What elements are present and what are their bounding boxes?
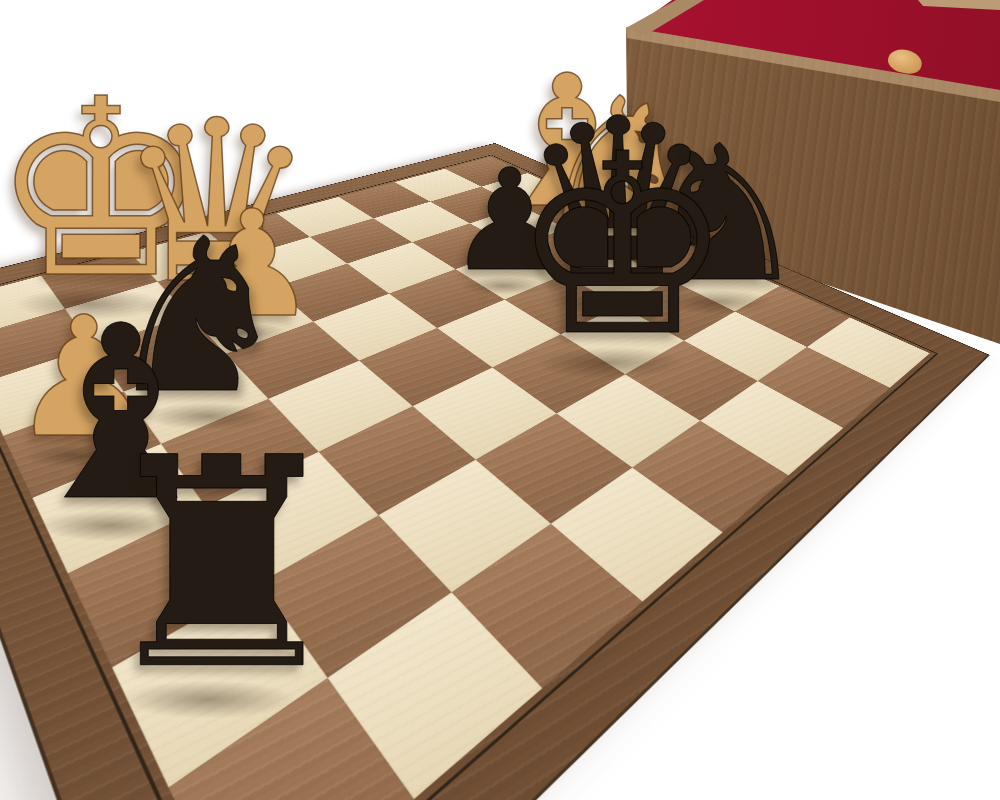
product-photo-scene: ♚♛♟♝♞♟♞♝♟♛♚♞♜ (0, 0, 1000, 800)
pieces-layer: ♚♛♟♝♞♟♞♝♟♛♚♞♜ (0, 0, 1000, 800)
black-king: ♚ (511, 122, 734, 371)
black-rook: ♜ (92, 420, 351, 709)
